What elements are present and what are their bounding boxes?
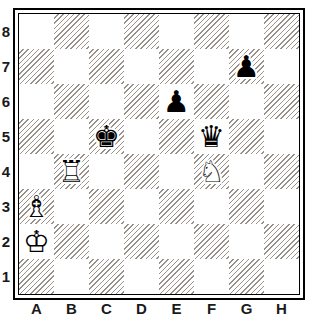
square-f5[interactable]: ♛♛	[194, 119, 229, 154]
piece-black-pawn-g7[interactable]: ♟♟	[229, 49, 264, 84]
square-e2[interactable]	[159, 224, 194, 259]
square-c5[interactable]: ♚♚	[89, 119, 124, 154]
square-f6[interactable]	[194, 84, 229, 119]
file-label-a: A	[19, 299, 54, 318]
square-e8[interactable]	[159, 14, 194, 49]
square-a6[interactable]	[19, 84, 54, 119]
square-b5[interactable]	[54, 119, 89, 154]
piece-black-king-c5[interactable]: ♚♚	[89, 119, 124, 154]
square-c8[interactable]	[89, 14, 124, 49]
square-e7[interactable]	[159, 49, 194, 84]
file-labels: ABCDEFGH	[19, 299, 299, 318]
square-a4[interactable]	[19, 154, 54, 189]
piece-glyph: ♟	[229, 49, 264, 84]
file-label-h: H	[264, 299, 299, 318]
square-d5[interactable]	[124, 119, 159, 154]
square-b6[interactable]	[54, 84, 89, 119]
square-c1[interactable]	[89, 259, 124, 294]
square-h2[interactable]	[264, 224, 299, 259]
piece-white-knight-f4[interactable]: ♞♘	[194, 154, 229, 189]
file-label-g: G	[229, 299, 264, 318]
square-f1[interactable]	[194, 259, 229, 294]
square-c2[interactable]	[89, 224, 124, 259]
square-a8[interactable]	[19, 14, 54, 49]
square-g5[interactable]	[229, 119, 264, 154]
square-h1[interactable]	[264, 259, 299, 294]
square-e3[interactable]	[159, 189, 194, 224]
square-h6[interactable]	[264, 84, 299, 119]
square-b1[interactable]	[54, 259, 89, 294]
rank-label-8: 8	[0, 14, 12, 49]
square-h7[interactable]	[264, 49, 299, 84]
square-d8[interactable]	[124, 14, 159, 49]
piece-white-rook-b4[interactable]: ♜♖	[54, 154, 89, 189]
square-g3[interactable]	[229, 189, 264, 224]
rank-labels: 87654321	[0, 14, 12, 294]
square-e1[interactable]	[159, 259, 194, 294]
square-h3[interactable]	[264, 189, 299, 224]
square-b7[interactable]	[54, 49, 89, 84]
square-a1[interactable]	[19, 259, 54, 294]
piece-white-king-a2[interactable]: ♚♔	[19, 224, 54, 259]
piece-glyph: ♚	[89, 119, 124, 154]
file-label-f: F	[194, 299, 229, 318]
rank-label-3: 3	[0, 189, 12, 224]
square-h5[interactable]	[264, 119, 299, 154]
square-d6[interactable]	[124, 84, 159, 119]
square-g8[interactable]	[229, 14, 264, 49]
square-g6[interactable]	[229, 84, 264, 119]
square-f3[interactable]	[194, 189, 229, 224]
square-e4[interactable]	[159, 154, 194, 189]
piece-glyph: ♗	[19, 189, 54, 224]
rank-label-2: 2	[0, 224, 12, 259]
square-c3[interactable]	[89, 189, 124, 224]
file-label-d: D	[124, 299, 159, 318]
square-d2[interactable]	[124, 224, 159, 259]
square-d3[interactable]	[124, 189, 159, 224]
square-b8[interactable]	[54, 14, 89, 49]
piece-glyph: ♛	[194, 119, 229, 154]
square-b3[interactable]	[54, 189, 89, 224]
square-e5[interactable]	[159, 119, 194, 154]
rank-label-5: 5	[0, 119, 12, 154]
square-d4[interactable]	[124, 154, 159, 189]
square-g4[interactable]	[229, 154, 264, 189]
square-g1[interactable]	[229, 259, 264, 294]
square-h8[interactable]	[264, 14, 299, 49]
board-border: ♟♟♟♟♚♚♛♛♜♖♞♘♝♗♚♔	[13, 8, 305, 300]
square-h4[interactable]	[264, 154, 299, 189]
piece-glyph: ♔	[19, 224, 54, 259]
square-g7[interactable]: ♟♟	[229, 49, 264, 84]
piece-black-queen-f5[interactable]: ♛♛	[194, 119, 229, 154]
square-a3[interactable]: ♝♗	[19, 189, 54, 224]
square-c7[interactable]	[89, 49, 124, 84]
chess-diagram: 87654321 ♟♟♟♟♚♚♛♛♜♖♞♘♝♗♚♔ ABCDEFGH	[0, 0, 314, 320]
square-a2[interactable]: ♚♔	[19, 224, 54, 259]
square-f7[interactable]	[194, 49, 229, 84]
square-f2[interactable]	[194, 224, 229, 259]
square-f4[interactable]: ♞♘	[194, 154, 229, 189]
piece-glyph: ♘	[194, 154, 229, 189]
square-d1[interactable]	[124, 259, 159, 294]
square-d7[interactable]	[124, 49, 159, 84]
rank-label-6: 6	[0, 84, 12, 119]
file-label-c: C	[89, 299, 124, 318]
piece-glyph: ♖	[54, 154, 89, 189]
rank-label-4: 4	[0, 154, 12, 189]
rank-label-1: 1	[0, 259, 12, 294]
square-a5[interactable]	[19, 119, 54, 154]
square-e6[interactable]: ♟♟	[159, 84, 194, 119]
square-f8[interactable]	[194, 14, 229, 49]
square-c6[interactable]	[89, 84, 124, 119]
square-b2[interactable]	[54, 224, 89, 259]
square-b4[interactable]: ♜♖	[54, 154, 89, 189]
piece-white-bishop-a3[interactable]: ♝♗	[19, 189, 54, 224]
square-a7[interactable]	[19, 49, 54, 84]
square-c4[interactable]	[89, 154, 124, 189]
chess-board: ♟♟♟♟♚♚♛♛♜♖♞♘♝♗♚♔	[19, 14, 299, 294]
piece-black-pawn-e6[interactable]: ♟♟	[159, 84, 194, 119]
board-inner-border: ♟♟♟♟♚♚♛♛♜♖♞♘♝♗♚♔	[18, 13, 300, 295]
file-label-e: E	[159, 299, 194, 318]
piece-glyph: ♟	[159, 84, 194, 119]
rank-label-7: 7	[0, 49, 12, 84]
file-label-b: B	[54, 299, 89, 318]
square-g2[interactable]	[229, 224, 264, 259]
